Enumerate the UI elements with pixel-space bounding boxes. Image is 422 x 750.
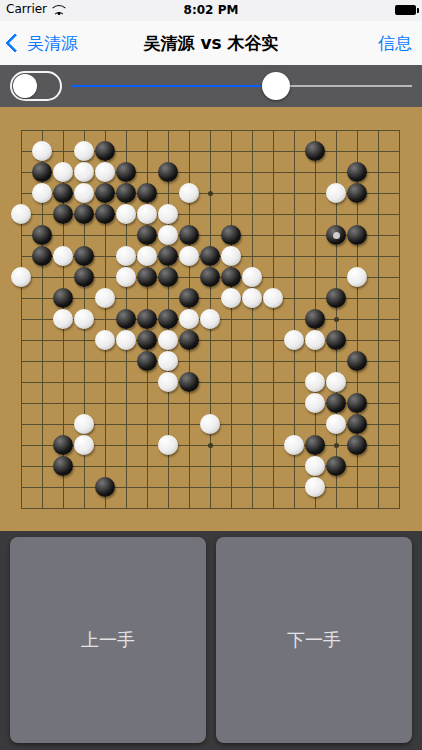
last-move-marker: [333, 232, 340, 239]
stone-white: [326, 183, 346, 203]
stone-white: [158, 351, 178, 371]
stone-black: [137, 225, 157, 245]
stone-white: [347, 267, 367, 287]
stone-black: [53, 183, 73, 203]
stone-white: [305, 330, 325, 350]
stone-white: [74, 435, 94, 455]
stone-white: [74, 141, 94, 161]
stone-white: [242, 267, 262, 287]
stone-black: [221, 267, 241, 287]
stone-black: [347, 393, 367, 413]
grid-line-vertical: [273, 130, 274, 509]
stone-black: [179, 225, 199, 245]
stone-white: [53, 162, 73, 182]
stone-white: [137, 246, 157, 266]
stone-white: [242, 288, 262, 308]
grid-line-horizontal: [21, 508, 400, 509]
stone-black: [32, 225, 52, 245]
stone-white: [326, 372, 346, 392]
stone-white: [116, 246, 136, 266]
stone-black: [53, 435, 73, 455]
stone-white: [158, 372, 178, 392]
stone-black: [95, 477, 115, 497]
auto-play-toggle[interactable]: [10, 71, 62, 101]
battery-icon: [395, 5, 416, 15]
stone-black: [305, 141, 325, 161]
stone-black: [116, 309, 136, 329]
stone-white: [305, 372, 325, 392]
slider-thumb[interactable]: [262, 72, 290, 100]
stone-black: [137, 330, 157, 350]
go-board: [0, 107, 422, 531]
status-bar: Carrier 8:02 PM: [0, 0, 422, 21]
stone-black: [326, 393, 346, 413]
stone-black: [53, 456, 73, 476]
stone-white: [53, 309, 73, 329]
star-point: [208, 191, 213, 196]
stone-white: [137, 204, 157, 224]
stone-black: [158, 267, 178, 287]
navigation-bar: 吴清源 吴清源 vs 木谷实 信息: [0, 21, 422, 66]
stone-black: [305, 309, 325, 329]
grid-line-horizontal: [21, 361, 400, 362]
stone-white: [158, 225, 178, 245]
star-point: [208, 443, 213, 448]
stone-white: [305, 393, 325, 413]
stone-white: [221, 246, 241, 266]
stone-black: [326, 225, 346, 245]
star-point: [334, 443, 339, 448]
stone-white: [53, 246, 73, 266]
stone-black: [158, 162, 178, 182]
stone-white: [284, 435, 304, 455]
grid-line-vertical: [231, 130, 232, 509]
stone-black: [347, 225, 367, 245]
stone-black: [347, 162, 367, 182]
stone-white: [200, 309, 220, 329]
grid-line-horizontal: [21, 487, 400, 488]
stone-white: [158, 204, 178, 224]
stone-black: [116, 183, 136, 203]
stone-black: [347, 414, 367, 434]
stone-white: [179, 246, 199, 266]
stone-black: [53, 204, 73, 224]
grid-line-vertical: [378, 130, 379, 509]
stone-black: [53, 288, 73, 308]
star-point: [334, 317, 339, 322]
stone-black: [347, 435, 367, 455]
stone-black: [158, 309, 178, 329]
stone-black: [74, 204, 94, 224]
stone-white: [200, 414, 220, 434]
stone-white: [284, 330, 304, 350]
stone-black: [305, 435, 325, 455]
stone-white: [74, 414, 94, 434]
slider-empty-track: [276, 85, 412, 87]
stone-black: [326, 330, 346, 350]
stone-white: [32, 141, 52, 161]
bottom-bar: 上一手 下一手: [0, 531, 422, 750]
stone-white: [305, 456, 325, 476]
grid-line-vertical: [399, 130, 400, 509]
stone-black: [137, 351, 157, 371]
stone-black: [74, 267, 94, 287]
stone-black: [95, 204, 115, 224]
stone-black: [326, 288, 346, 308]
stone-black: [32, 162, 52, 182]
stone-white: [116, 330, 136, 350]
stone-white: [158, 435, 178, 455]
stone-white: [32, 183, 52, 203]
stone-black: [116, 162, 136, 182]
stone-black: [95, 183, 115, 203]
stone-white: [179, 309, 199, 329]
stone-black: [326, 456, 346, 476]
stone-white: [158, 330, 178, 350]
previous-move-button[interactable]: 上一手: [10, 537, 206, 743]
stone-black: [179, 372, 199, 392]
stone-black: [179, 288, 199, 308]
slider-filled-track: [72, 85, 276, 87]
stone-black: [32, 246, 52, 266]
clock: 8:02 PM: [0, 3, 422, 17]
stone-black: [95, 141, 115, 161]
stone-white: [116, 204, 136, 224]
page-title: 吴清源 vs 木谷实: [0, 21, 422, 65]
next-move-button[interactable]: 下一手: [216, 537, 412, 743]
stone-black: [200, 246, 220, 266]
stone-black: [221, 225, 241, 245]
stone-black: [137, 309, 157, 329]
toggle-knob[interactable]: [13, 74, 37, 98]
stone-white: [116, 267, 136, 287]
stone-white: [95, 162, 115, 182]
grid-line-vertical: [252, 130, 253, 509]
stone-black: [347, 351, 367, 371]
stone-white: [74, 162, 94, 182]
stone-white: [11, 204, 31, 224]
stone-black: [137, 267, 157, 287]
stone-white: [74, 309, 94, 329]
stone-white: [263, 288, 283, 308]
stone-black: [158, 246, 178, 266]
stone-black: [74, 246, 94, 266]
stone-black: [200, 267, 220, 287]
stone-white: [305, 477, 325, 497]
move-slider[interactable]: [72, 65, 412, 107]
info-button[interactable]: 信息: [378, 21, 412, 65]
stone-white: [221, 288, 241, 308]
stone-white: [11, 267, 31, 287]
control-bar: [0, 65, 422, 107]
stone-white: [326, 414, 346, 434]
stone-black: [137, 183, 157, 203]
stone-black: [347, 183, 367, 203]
app-screen: Carrier 8:02 PM 吴清源 吴清源 vs 木谷实 信息 上一手 下一…: [0, 0, 422, 750]
stone-white: [95, 330, 115, 350]
stone-black: [179, 330, 199, 350]
stone-white: [74, 183, 94, 203]
stone-white: [95, 288, 115, 308]
stone-white: [179, 183, 199, 203]
